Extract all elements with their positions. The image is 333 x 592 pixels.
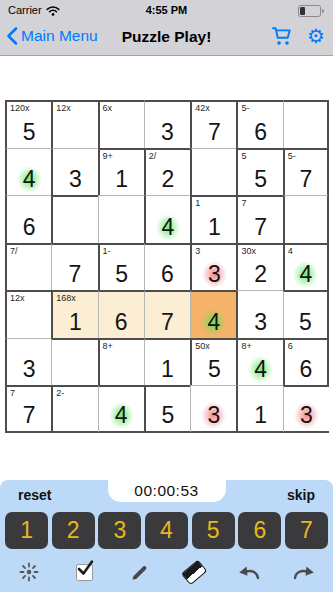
cage-label: 30x [241, 246, 256, 256]
cage-label: 7/ [10, 246, 18, 256]
cell-value: 2 [146, 166, 190, 193]
cell-value: 1 [145, 356, 190, 383]
cell-value: 4 [238, 356, 282, 383]
cell-value: 5 [7, 119, 51, 146]
numpad-button-6[interactable]: 6 [238, 512, 281, 549]
cell-r1c3[interactable]: 6x [98, 100, 144, 148]
cage-label: 12x [10, 293, 25, 303]
cage-label: 168x [56, 293, 76, 303]
cell-value: 7 [285, 166, 327, 193]
cell-r4c2[interactable]: 7 [51, 243, 97, 291]
cell-r7c1[interactable]: 77 [5, 385, 51, 433]
cell-value: 5 [100, 261, 144, 288]
numpad-button-2[interactable]: 2 [52, 512, 95, 549]
cell-r5c6[interactable]: 3 [236, 290, 282, 338]
cell-r3c1[interactable]: 6 [5, 195, 51, 243]
cell-r1c4[interactable]: 3 [144, 100, 190, 148]
cell-r3c3[interactable] [98, 195, 144, 243]
check-solution-icon [76, 564, 93, 581]
cell-value: 3 [238, 309, 282, 336]
cell-r6c1[interactable]: 3 [5, 338, 51, 386]
nav-bar: Main Menu Puzzle Play! ⚙ [0, 20, 333, 55]
cage-label: 3 [195, 246, 200, 256]
cage-label: 42x [195, 103, 210, 113]
cell-r3c5[interactable]: 11 [190, 195, 236, 243]
cell-r1c6[interactable]: 5-6 [236, 100, 282, 148]
numpad-button-1[interactable]: 1 [5, 512, 48, 549]
cell-r3c6[interactable]: 77 [236, 195, 282, 243]
cage-label: 1 [195, 198, 200, 208]
cell-r7c5[interactable]: 3 [190, 385, 236, 433]
cell-r1c1[interactable]: 120x5 [5, 100, 51, 148]
cage-label: 9+ [103, 151, 113, 161]
timer-display: 00:00:53 [108, 482, 226, 500]
cart-icon[interactable] [272, 26, 295, 47]
cage-label: 120x [10, 103, 30, 113]
cell-r5c4[interactable]: 7 [144, 290, 190, 338]
cage-label: 5- [288, 151, 296, 161]
cage-label: 50x [195, 341, 210, 351]
cell-value: 6 [145, 261, 190, 288]
cell-value: 4 [285, 261, 327, 288]
cell-value: 1 [238, 402, 282, 429]
cell-value: 3 [145, 119, 190, 146]
numpad-button-3[interactable]: 3 [98, 512, 141, 549]
timer-notch: 00:00:53 [108, 480, 226, 502]
pencil-notes-icon [130, 563, 149, 582]
cell-r3c2[interactable] [51, 195, 97, 243]
redo-button[interactable] [289, 557, 319, 587]
cell-value: 4 [146, 214, 190, 241]
cell-r6c4[interactable]: 1 [144, 338, 190, 386]
cell-value: 1 [192, 214, 236, 241]
cage-label: 6 [288, 341, 293, 351]
cage-label: 5- [241, 103, 249, 113]
cell-r7c4[interactable]: 5 [144, 385, 190, 433]
cage-label: 8+ [241, 341, 251, 351]
cell-r6c3[interactable]: 8+ [98, 338, 144, 386]
redo-icon [291, 562, 317, 582]
cage-label: 12x [56, 103, 71, 113]
cell-value: 5 [284, 309, 327, 336]
toolbar [6, 556, 327, 588]
cell-r2c1[interactable]: 4 [5, 148, 51, 196]
cage-label: 7 [10, 388, 15, 398]
cell-value: 5 [238, 166, 282, 193]
cage-label: 1- [103, 246, 111, 256]
cell-value: 1 [100, 166, 144, 193]
cell-r5c7[interactable]: 5 [283, 290, 329, 338]
cell-value: 4 [7, 166, 51, 193]
puzzle-grid: 120x512x6x342x75-6439+12/2555-76411777/7… [5, 100, 329, 433]
battery-icon [298, 5, 321, 17]
cell-r4c1[interactable]: 7/ [5, 243, 51, 291]
cell-r2c5[interactable] [190, 148, 236, 196]
cell-r5c3[interactable]: 6 [98, 290, 144, 338]
cell-r7c2[interactable]: 2- [51, 385, 97, 433]
cell-value: 3 [191, 402, 236, 429]
cell-r6c6[interactable]: 8+4 [236, 338, 282, 386]
cage-label: 5 [241, 151, 246, 161]
cell-r3c4[interactable]: 4 [144, 195, 190, 243]
cell-value: 5 [192, 356, 236, 383]
cell-r5c1[interactable]: 12x [5, 290, 51, 338]
cell-r2c6[interactable]: 55 [236, 148, 282, 196]
cell-value: 7 [192, 119, 236, 146]
skip-button[interactable]: skip [287, 487, 315, 503]
cell-r1c2[interactable]: 12x [51, 100, 97, 148]
cell-r1c5[interactable]: 42x7 [190, 100, 236, 148]
number-pad: 1234567 [5, 512, 328, 549]
undo-icon [236, 562, 262, 582]
cell-r5c2[interactable]: 168x1 [51, 290, 97, 338]
cell-r2c7[interactable]: 5-7 [283, 148, 329, 196]
cage-label: 8+ [103, 341, 113, 351]
numpad-button-7[interactable]: 7 [285, 512, 328, 549]
cell-value: 4 [191, 309, 236, 336]
cell-r4c5[interactable]: 33 [190, 243, 236, 291]
cell-value: 6 [99, 309, 144, 336]
status-bar: Carrier 4:55 PM [0, 0, 333, 20]
cell-r5c5[interactable]: 4 [190, 290, 236, 338]
cell-r4c6[interactable]: 30x2 [236, 243, 282, 291]
cell-r4c3[interactable]: 1-5 [98, 243, 144, 291]
cell-value: 3 [284, 402, 329, 429]
status-time: 4:55 PM [0, 4, 333, 16]
cell-r6c7[interactable]: 66 [283, 338, 329, 386]
cell-value: 3 [53, 166, 97, 193]
cell-value: 7 [238, 214, 282, 241]
cell-r6c2[interactable] [51, 338, 97, 386]
numpad-button-4[interactable]: 4 [145, 512, 188, 549]
numpad-button-5[interactable]: 5 [192, 512, 235, 549]
cell-r7c3[interactable]: 4 [98, 385, 144, 433]
cell-value: 3 [192, 261, 236, 288]
cell-r2c4[interactable]: 2/2 [144, 148, 190, 196]
cell-r7c7[interactable]: 3 [283, 385, 329, 433]
cage-label: 4 [288, 246, 293, 256]
header: Carrier 4:55 PM Main Menu Puzzle Play! [0, 0, 333, 56]
eraser-button[interactable] [179, 557, 209, 587]
cell-value: 7 [145, 309, 190, 336]
cell-value: 7 [52, 261, 97, 288]
cell-value: 6 [238, 119, 282, 146]
cell-r2c2[interactable]: 3 [51, 148, 97, 196]
cell-value: 2 [238, 261, 282, 288]
eraser-icon [181, 559, 207, 584]
cage-label: 7 [241, 198, 246, 208]
cage-label: 6x [103, 103, 113, 113]
cell-r4c4[interactable]: 6 [144, 243, 190, 291]
undo-button[interactable] [234, 557, 264, 587]
bottom-panel: reset 00:00:53 skip 1234567 [0, 480, 333, 592]
cell-r6c5[interactable]: 50x5 [190, 338, 236, 386]
cell-value: 6 [285, 356, 327, 383]
sparkle-hint-icon [18, 561, 40, 583]
cage-label: 2- [56, 388, 64, 398]
cage-label: 2/ [149, 151, 157, 161]
cell-value: 1 [53, 309, 97, 336]
cell-r2c3[interactable]: 9+1 [98, 148, 144, 196]
cell-value: 3 [7, 356, 51, 383]
cell-r3c7[interactable] [283, 195, 329, 243]
cell-r4c7[interactable]: 44 [283, 243, 329, 291]
pencil-notes-button[interactable] [124, 557, 154, 587]
cell-value: 6 [7, 214, 51, 241]
sparkle-hint-button[interactable] [14, 557, 44, 587]
cell-value: 7 [7, 402, 51, 429]
check-solution-button[interactable] [69, 557, 99, 587]
cell-value: 5 [146, 402, 190, 429]
cell-r7c6[interactable]: 1 [236, 385, 282, 433]
reset-button[interactable]: reset [18, 487, 51, 503]
settings-gear-icon[interactable]: ⚙ [307, 25, 325, 47]
cell-value: 4 [99, 402, 144, 429]
cell-r1c7[interactable] [283, 100, 329, 148]
